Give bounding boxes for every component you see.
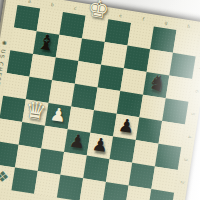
white-king-d8: ♚	[86, 0, 111, 22]
black-pawn-e3: ♟	[91, 134, 110, 154]
black-pawn-d3: ♟	[68, 131, 87, 151]
chessboard: abcdefgh 87654321 ◉ US CHESS ♚♝♞♛♟♟♟♟❖	[0, 0, 200, 200]
chessboard-photo: abcdefgh 87654321 ◉ US CHESS ♚♝♞♛♟♟♟♟❖	[0, 0, 200, 200]
rank-label-1: 1	[166, 199, 190, 200]
black-bishop-b7: ♝	[36, 31, 58, 55]
square-f1	[102, 182, 128, 200]
playing-grid: ♚♝♞♛♟♟♟♟❖	[0, 5, 199, 200]
square-e1	[80, 178, 106, 200]
square-b4: ♛	[22, 99, 48, 125]
corner-compass-logo-icon: ❖	[0, 169, 9, 185]
white-pawn-c4: ♟	[49, 105, 68, 125]
square-g1	[125, 186, 151, 200]
white-queen-b4: ♛	[23, 97, 48, 124]
black-pawn-f4: ♟	[117, 115, 136, 135]
